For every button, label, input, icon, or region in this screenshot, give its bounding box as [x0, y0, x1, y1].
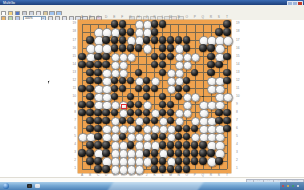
stone-black[interactable]	[183, 141, 190, 148]
row-label-right: 13	[236, 71, 242, 74]
stone-black[interactable]	[86, 157, 93, 164]
stone-black[interactable]	[215, 117, 222, 124]
row-label-left: 9	[70, 103, 76, 106]
stone-black[interactable]	[223, 77, 230, 84]
stone-black[interactable]	[183, 165, 190, 172]
stone-black[interactable]	[94, 109, 101, 116]
column-label-top: E	[112, 16, 116, 19]
stone-black[interactable]	[78, 109, 85, 116]
system-tray[interactable]	[280, 182, 304, 190]
stone-black[interactable]	[111, 77, 118, 84]
stone-white[interactable]	[191, 53, 200, 62]
stone-black[interactable]	[86, 149, 93, 156]
stone-black[interactable]	[102, 141, 109, 148]
stone-black[interactable]	[94, 69, 101, 76]
stone-black[interactable]	[175, 165, 182, 172]
row-label-right: 16	[236, 47, 242, 50]
stone-black[interactable]	[175, 85, 182, 92]
stone-black[interactable]	[119, 117, 126, 124]
stone-black[interactable]	[86, 141, 93, 148]
row-label-right: 18	[236, 30, 242, 33]
stone-black[interactable]	[127, 93, 134, 100]
stone-black[interactable]	[94, 165, 101, 172]
stone-black[interactable]	[151, 85, 158, 92]
stone-black[interactable]	[127, 117, 134, 124]
stone-black[interactable]	[94, 133, 101, 140]
stone-black[interactable]	[119, 20, 126, 27]
column-label-top: C	[96, 16, 100, 19]
stone-black[interactable]	[159, 101, 166, 108]
row-label-right: 14	[236, 63, 242, 66]
go-board[interactable]	[78, 20, 231, 173]
stone-black[interactable]	[159, 141, 166, 148]
stone-black[interactable]	[86, 36, 93, 43]
stone-black[interactable]	[86, 61, 93, 68]
stone-black[interactable]	[183, 36, 190, 43]
stone-black[interactable]	[159, 61, 166, 68]
stone-black[interactable]	[119, 77, 126, 84]
stone-black[interactable]	[111, 85, 118, 92]
row-label-left: 13	[70, 71, 76, 74]
stone-black[interactable]	[143, 85, 150, 92]
stone-black[interactable]	[175, 93, 182, 100]
row-label-right: 9	[236, 103, 242, 106]
stone-black[interactable]	[183, 44, 190, 51]
stone-white[interactable]	[223, 36, 232, 45]
stone-black[interactable]	[199, 157, 206, 164]
stone-black[interactable]	[167, 36, 174, 43]
stone-black[interactable]	[215, 28, 222, 35]
row-label-left: 1	[70, 167, 76, 170]
stone-black[interactable]	[151, 117, 158, 124]
stone-black[interactable]	[86, 101, 93, 108]
stone-black[interactable]	[127, 44, 134, 51]
stone-black[interactable]	[191, 69, 198, 76]
column-label-top: L	[161, 16, 165, 19]
row-label-left: 19	[70, 22, 76, 25]
row-label-left: 2	[70, 159, 76, 162]
column-label-top: Q	[201, 16, 205, 19]
row-label-left: 3	[70, 151, 76, 154]
stone-black[interactable]	[175, 149, 182, 156]
stone-black[interactable]	[135, 44, 142, 51]
stone-black[interactable]	[167, 101, 174, 108]
stone-black[interactable]	[191, 141, 198, 148]
stone-black[interactable]	[78, 149, 85, 156]
stone-black[interactable]	[151, 53, 158, 60]
row-label-right: 11	[236, 87, 242, 90]
stone-black[interactable]	[207, 149, 214, 156]
stone-black[interactable]	[199, 141, 206, 148]
stone-black[interactable]	[94, 125, 101, 132]
stone-black[interactable]	[102, 36, 109, 43]
column-label-top: O	[185, 16, 189, 19]
row-label-left: 17	[70, 39, 76, 42]
row-label-right: 19	[236, 22, 242, 25]
stone-black[interactable]	[86, 69, 93, 76]
row-label-right: 6	[236, 127, 242, 130]
stone-black[interactable]	[111, 93, 118, 100]
stone-black[interactable]	[111, 20, 118, 27]
row-label-right: 1	[236, 167, 242, 170]
stone-black[interactable]	[207, 69, 214, 76]
stone-black[interactable]	[135, 101, 142, 108]
stone-black[interactable]	[135, 109, 142, 116]
row-label-left: 6	[70, 127, 76, 130]
taskbar-app-icon[interactable]	[35, 184, 40, 189]
stone-black[interactable]	[167, 165, 174, 172]
stone-black[interactable]	[78, 101, 85, 108]
stone-black[interactable]	[151, 149, 158, 156]
stone-white[interactable]	[191, 93, 200, 102]
row-label-left: 11	[70, 87, 76, 90]
stone-black[interactable]	[223, 125, 230, 132]
stone-black[interactable]	[167, 109, 174, 116]
stone-black[interactable]	[94, 157, 101, 164]
column-label-top: A	[80, 16, 84, 19]
column-label-top: T	[225, 16, 229, 19]
stone-black[interactable]	[167, 53, 174, 60]
row-label-right: 12	[236, 79, 242, 82]
row-label-left: 14	[70, 63, 76, 66]
row-label-left: 4	[70, 143, 76, 146]
stone-black[interactable]	[78, 61, 85, 68]
row-label-left: 15	[70, 55, 76, 58]
stone-black[interactable]	[159, 69, 166, 76]
stone-black[interactable]	[175, 125, 182, 132]
stone-black[interactable]	[143, 93, 150, 100]
stone-black[interactable]	[111, 36, 118, 43]
stone-black[interactable]	[102, 53, 109, 60]
stone-black[interactable]	[175, 36, 182, 43]
stone-black[interactable]	[119, 85, 126, 92]
row-label-right: 10	[236, 95, 242, 98]
stone-black[interactable]	[86, 109, 93, 116]
stone-black[interactable]	[207, 53, 214, 60]
stone-black[interactable]	[151, 20, 158, 27]
stone-black[interactable]	[86, 85, 93, 92]
stone-black[interactable]	[159, 44, 166, 51]
stone-black[interactable]	[119, 36, 126, 43]
column-label-top: B	[88, 16, 92, 19]
stone-black[interactable]	[102, 149, 109, 156]
stone-black[interactable]	[223, 53, 230, 60]
stone-black[interactable]	[223, 109, 230, 116]
stone-black[interactable]	[119, 28, 126, 35]
stone-black[interactable]	[159, 133, 166, 140]
stone-black[interactable]	[86, 93, 93, 100]
row-label-right: 2	[236, 159, 242, 162]
stone-black[interactable]	[183, 125, 190, 132]
stone-black[interactable]	[175, 133, 182, 140]
taskbar-app-icon[interactable]	[27, 184, 32, 189]
stone-black[interactable]	[223, 20, 230, 27]
stone-black[interactable]	[135, 125, 142, 132]
start-button[interactable]	[3, 183, 9, 189]
row-label-right: 15	[236, 55, 242, 58]
stone-black[interactable]	[151, 61, 158, 68]
column-label-top: M	[169, 16, 173, 19]
stone-black[interactable]	[207, 61, 214, 68]
stone-black[interactable]	[119, 44, 126, 51]
stone-black[interactable]	[159, 165, 166, 172]
row-label-left: 18	[70, 30, 76, 33]
stone-white[interactable]	[143, 44, 152, 53]
stone-black[interactable]	[223, 28, 230, 35]
stone-black[interactable]	[183, 149, 190, 156]
stone-black[interactable]	[183, 85, 190, 92]
stone-black[interactable]	[151, 157, 158, 164]
row-label-right: 5	[236, 135, 242, 138]
stone-black[interactable]	[94, 77, 101, 84]
stone-black[interactable]	[135, 85, 142, 92]
stone-white[interactable]	[223, 93, 232, 102]
stone-white[interactable]	[183, 61, 192, 70]
stone-white[interactable]	[183, 109, 192, 118]
column-label-top: F	[120, 16, 124, 19]
stone-black[interactable]	[215, 109, 222, 116]
stone-black[interactable]	[143, 36, 150, 43]
stone-black[interactable]	[191, 149, 198, 156]
window-title: MultiGo	[3, 1, 15, 5]
stone-black[interactable]	[143, 117, 150, 124]
stone-black[interactable]	[127, 28, 134, 35]
tray-icon[interactable]	[287, 185, 289, 187]
column-label-top: J	[144, 16, 148, 19]
stone-black[interactable]	[78, 53, 85, 60]
stone-black[interactable]	[159, 157, 166, 164]
stone-black[interactable]	[199, 44, 206, 51]
stone-black[interactable]	[183, 157, 190, 164]
client-area: AABBCCDDEEFFGGHHJJKKLLMMNNOOPPQQRRSSTT19…	[0, 20, 304, 177]
stone-black[interactable]	[78, 85, 85, 92]
stone-black[interactable]	[151, 36, 158, 43]
tray-icon[interactable]	[297, 185, 299, 187]
stone-black[interactable]	[102, 61, 109, 68]
row-label-left: 10	[70, 95, 76, 98]
stone-black[interactable]	[151, 165, 158, 172]
stone-black[interactable]	[199, 149, 206, 156]
stone-black[interactable]	[86, 117, 93, 124]
stone-black[interactable]	[102, 109, 109, 116]
column-label-top: K	[153, 16, 157, 19]
stone-black[interactable]	[215, 61, 222, 68]
row-label-left: 8	[70, 111, 76, 114]
stone-black[interactable]	[159, 20, 166, 27]
stone-black[interactable]	[191, 125, 198, 132]
stone-black[interactable]	[86, 125, 93, 132]
stone-black[interactable]	[94, 141, 101, 148]
stone-black[interactable]	[167, 141, 174, 148]
stone-black[interactable]	[175, 157, 182, 164]
stone-black[interactable]	[151, 28, 158, 35]
stone-black[interactable]	[223, 69, 230, 76]
stone-black[interactable]	[127, 101, 134, 108]
stone-black[interactable]	[86, 77, 93, 84]
column-label-top: G	[128, 16, 132, 19]
row-label-left: 5	[70, 135, 76, 138]
stone-black[interactable]	[127, 77, 134, 84]
stone-black[interactable]	[119, 133, 126, 140]
stone-black[interactable]	[167, 44, 174, 51]
row-label-right: 7	[236, 119, 242, 122]
stone-black[interactable]	[111, 109, 118, 116]
stone-black[interactable]	[159, 36, 166, 43]
stone-black[interactable]	[167, 149, 174, 156]
stone-black[interactable]	[151, 133, 158, 140]
column-label-top: R	[209, 16, 213, 19]
stone-black[interactable]	[159, 109, 166, 116]
column-label-top: P	[193, 16, 197, 19]
stone-black[interactable]	[143, 149, 150, 156]
row-label-left: 16	[70, 47, 76, 50]
row-label-right: 4	[236, 143, 242, 146]
row-label-left: 12	[70, 79, 76, 82]
row-label-right: 3	[236, 151, 242, 154]
tray-icon[interactable]	[282, 185, 284, 187]
stone-black[interactable]	[111, 44, 118, 51]
stone-black[interactable]	[223, 117, 230, 124]
stone-black[interactable]	[135, 69, 142, 76]
stone-black[interactable]	[143, 77, 150, 84]
tray-icon[interactable]	[292, 185, 294, 187]
taskbar-gloss	[105, 182, 205, 190]
stone-black[interactable]	[127, 141, 134, 148]
stone-black[interactable]	[159, 93, 166, 100]
stone-black[interactable]	[215, 157, 222, 164]
stone-black[interactable]	[207, 44, 214, 51]
column-label-top: H	[136, 16, 140, 19]
taskbar[interactable]	[0, 182, 304, 190]
stone-white[interactable]	[127, 53, 136, 62]
stone-black[interactable]	[159, 53, 166, 60]
row-label-right: 17	[236, 39, 242, 42]
stone-black[interactable]	[94, 53, 101, 60]
column-label-top: S	[217, 16, 221, 19]
stone-black[interactable]	[94, 117, 101, 124]
stone-black[interactable]	[143, 109, 150, 116]
mouse-cursor	[48, 81, 50, 82]
stone-black[interactable]	[191, 157, 198, 164]
stone-black[interactable]	[183, 133, 190, 140]
row-label-left: 7	[70, 119, 76, 122]
row-label-right: 8	[236, 111, 242, 114]
stone-black[interactable]	[94, 61, 101, 68]
stone-black[interactable]	[167, 117, 174, 124]
column-label-top: D	[104, 16, 108, 19]
stone-black[interactable]	[183, 77, 190, 84]
stone-black[interactable]	[127, 109, 134, 116]
stone-black[interactable]	[102, 165, 109, 172]
column-label-top: N	[177, 16, 181, 19]
stone-black[interactable]	[102, 117, 109, 124]
stone-black[interactable]	[175, 141, 182, 148]
